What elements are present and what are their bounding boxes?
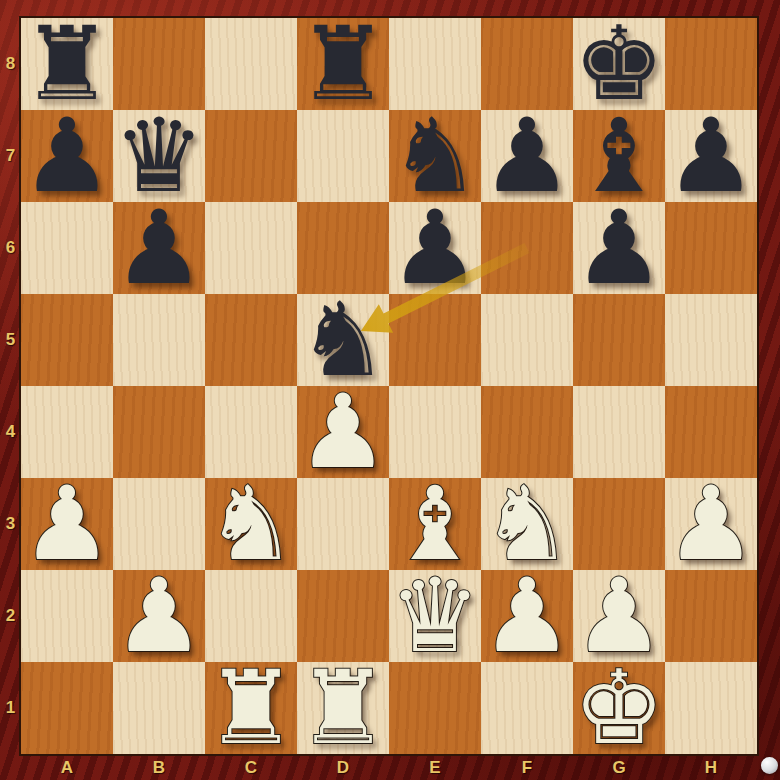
file-label-f: F [481, 755, 573, 780]
white-pawn-a3[interactable]: ♟ [21, 478, 113, 570]
black-pawn-e6[interactable]: ♟ [389, 202, 481, 294]
square-e5[interactable] [389, 294, 481, 386]
square-h6[interactable] [665, 202, 757, 294]
file-label-h: H [665, 755, 757, 780]
white-pawn-f2[interactable]: ♟ [481, 570, 573, 662]
square-a5[interactable] [21, 294, 113, 386]
black-pawn-b6[interactable]: ♟ [113, 202, 205, 294]
square-b4[interactable] [113, 386, 205, 478]
black-pawn-h7[interactable]: ♟ [665, 110, 757, 202]
square-a1[interactable] [21, 662, 113, 754]
rank-label-2: 2 [0, 570, 21, 662]
rank-label-7: 7 [0, 110, 21, 202]
square-f6[interactable] [481, 202, 573, 294]
square-g5[interactable] [573, 294, 665, 386]
square-a6[interactable] [21, 202, 113, 294]
white-pawn-d4[interactable]: ♟ [297, 386, 389, 478]
square-a2[interactable] [21, 570, 113, 662]
square-c8[interactable] [205, 18, 297, 110]
file-label-e: E [389, 755, 481, 780]
square-c5[interactable] [205, 294, 297, 386]
square-g4[interactable] [573, 386, 665, 478]
board: ♜♜♚♟♛♞♟♝♟♟♟♟♞♟♟♞♝♞♟♟♛♟♟♜♜♚ [21, 18, 757, 754]
white-to-move-indicator [761, 757, 778, 774]
square-d3[interactable] [297, 478, 389, 570]
black-pawn-g6[interactable]: ♟ [573, 202, 665, 294]
square-d7[interactable] [297, 110, 389, 202]
black-rook-d8[interactable]: ♜ [297, 18, 389, 110]
square-b1[interactable] [113, 662, 205, 754]
rank-label-3: 3 [0, 478, 21, 570]
file-label-b: B [113, 755, 205, 780]
rank-labels: 8 7 6 5 4 3 2 1 [0, 18, 21, 754]
square-f5[interactable] [481, 294, 573, 386]
square-c6[interactable] [205, 202, 297, 294]
white-knight-c3[interactable]: ♞ [205, 478, 297, 570]
square-f1[interactable] [481, 662, 573, 754]
white-rook-c1[interactable]: ♜ [205, 662, 297, 754]
square-c7[interactable] [205, 110, 297, 202]
square-h5[interactable] [665, 294, 757, 386]
chess-diagram: ♜♜♚♟♛♞♟♝♟♟♟♟♞♟♟♞♝♞♟♟♛♟♟♜♜♚ 8 7 6 5 4 3 2… [0, 0, 780, 780]
rank-label-8: 8 [0, 18, 21, 110]
black-pawn-a7[interactable]: ♟ [21, 110, 113, 202]
white-queen-e2[interactable]: ♛ [389, 570, 481, 662]
rank-label-4: 4 [0, 386, 21, 478]
rank-label-1: 1 [0, 662, 21, 754]
rank-label-5: 5 [0, 294, 21, 386]
white-pawn-b2[interactable]: ♟ [113, 570, 205, 662]
white-rook-d1[interactable]: ♜ [297, 662, 389, 754]
rank-label-6: 6 [0, 202, 21, 294]
square-e1[interactable] [389, 662, 481, 754]
white-king-g1[interactable]: ♚ [573, 662, 665, 754]
square-h1[interactable] [665, 662, 757, 754]
square-h2[interactable] [665, 570, 757, 662]
file-label-a: A [21, 755, 113, 780]
square-b5[interactable] [113, 294, 205, 386]
black-pawn-f7[interactable]: ♟ [481, 110, 573, 202]
white-pawn-h3[interactable]: ♟ [665, 478, 757, 570]
